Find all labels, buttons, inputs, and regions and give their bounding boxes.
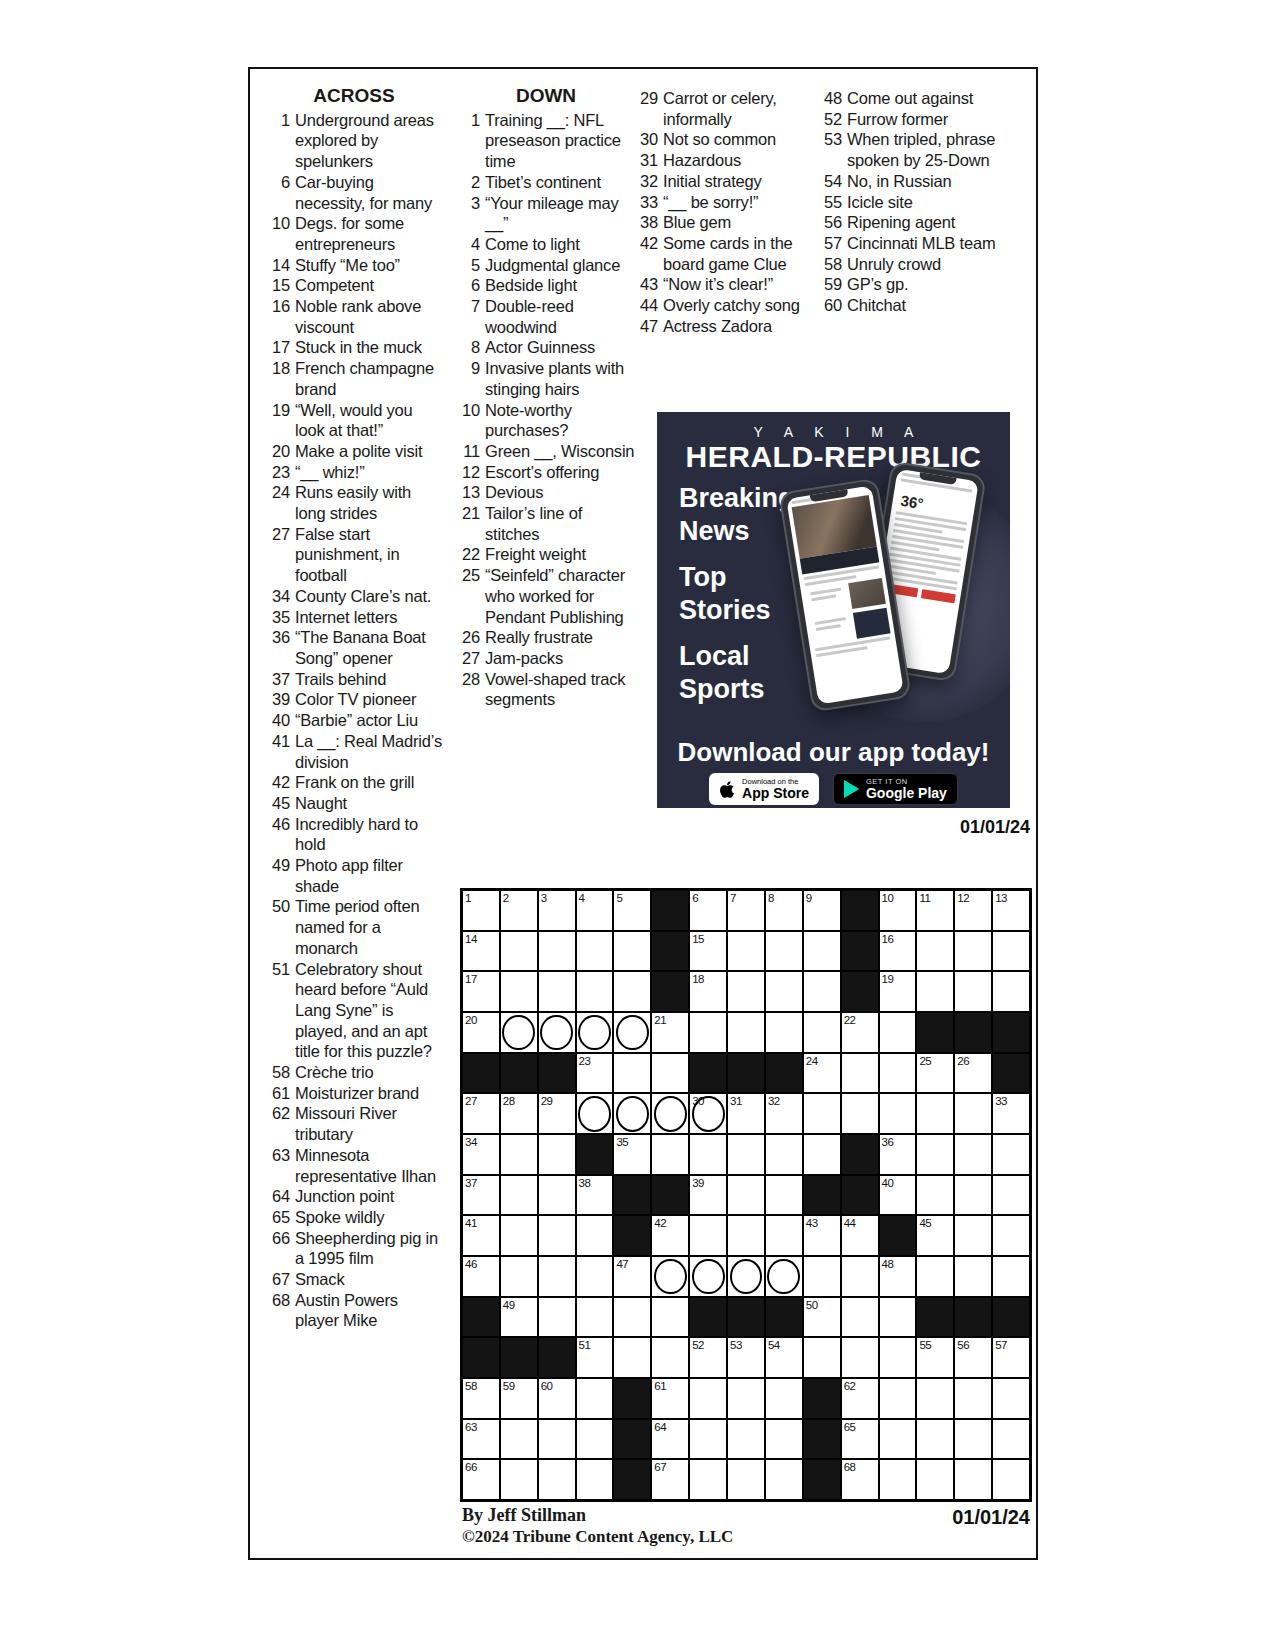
cell-number: 35 xyxy=(616,1135,628,1149)
black-cell xyxy=(841,890,879,931)
ad-brand-city: Y A K I M A xyxy=(657,424,1010,440)
grid-cell[interactable]: 55 xyxy=(916,1337,954,1378)
clue-item: 1Underground areas explored by spelunker… xyxy=(264,110,444,172)
grid-cell[interactable] xyxy=(538,931,576,972)
clue-text: When tripled, phrase spoken by 25-Down xyxy=(847,129,1012,170)
grid-cell[interactable] xyxy=(954,971,992,1012)
clue-text: Judgmental glance xyxy=(485,255,638,276)
clue-item: 34County Clare’s nat. xyxy=(264,586,444,607)
grid-cell[interactable] xyxy=(992,1256,1030,1297)
grid-cell[interactable] xyxy=(651,1256,689,1297)
grid-cell[interactable] xyxy=(879,1053,917,1094)
grid-cell[interactable] xyxy=(500,1012,538,1053)
grid-cell[interactable]: 2 xyxy=(500,890,538,931)
clue-item: 58Unruly crowd xyxy=(816,254,1012,275)
grid-cell[interactable] xyxy=(651,1337,689,1378)
cell-number: 19 xyxy=(882,972,894,986)
clue-text: Actor Guinness xyxy=(485,337,638,358)
grid-cell[interactable] xyxy=(992,1378,1030,1419)
clue-item: 2Tibet’s continent xyxy=(454,172,638,193)
grid-cell[interactable] xyxy=(765,1012,803,1053)
grid-cell[interactable] xyxy=(689,1012,727,1053)
clue-text: “Well, would you look at that!” xyxy=(295,400,444,441)
grid-cell[interactable]: 67 xyxy=(651,1459,689,1500)
theme-circle-marker xyxy=(578,1096,611,1132)
grid-cell[interactable]: 50 xyxy=(803,1297,841,1338)
grid-cell[interactable] xyxy=(538,1419,576,1460)
clue-item: 42Some cards in the board game Clue xyxy=(632,233,804,274)
cell-number: 31 xyxy=(730,1094,742,1108)
black-cell xyxy=(613,1378,651,1419)
grid-cell[interactable]: 27 xyxy=(462,1093,500,1134)
grid-cell[interactable]: 47 xyxy=(613,1256,651,1297)
clue-text: Minnesota representative Ilhan xyxy=(295,1145,444,1186)
grid-cell[interactable] xyxy=(765,1215,803,1256)
grid-cell[interactable] xyxy=(879,1093,917,1134)
grid-cell[interactable] xyxy=(500,1215,538,1256)
grid-cell[interactable] xyxy=(576,1378,614,1419)
black-cell xyxy=(803,1459,841,1500)
grid-cell[interactable]: 52 xyxy=(689,1337,727,1378)
grid-cell[interactable] xyxy=(765,931,803,972)
clue-item: 6Bedside light xyxy=(454,275,638,296)
grid-cell[interactable] xyxy=(841,1053,879,1094)
grid-cell[interactable] xyxy=(841,1093,879,1134)
clue-text: Vowel-shaped track segments xyxy=(485,669,638,710)
grid-cell[interactable] xyxy=(727,1012,765,1053)
clue-number: 14 xyxy=(264,255,295,276)
black-cell xyxy=(992,1297,1030,1338)
grid-cell[interactable] xyxy=(727,1175,765,1216)
grid-cell[interactable]: 25 xyxy=(916,1053,954,1094)
clue-number: 48 xyxy=(816,88,847,109)
clue-text: Note-worthy purchases? xyxy=(485,400,638,441)
grid-cell[interactable] xyxy=(500,971,538,1012)
grid-cell[interactable] xyxy=(727,1256,765,1297)
ad-feature: Local Sports xyxy=(679,640,814,706)
cell-number: 42 xyxy=(654,1216,666,1230)
puzzle-date-bottom: 01/01/24 xyxy=(902,1506,1030,1529)
grid-cell[interactable]: 17 xyxy=(462,971,500,1012)
grid-cell[interactable]: 63 xyxy=(462,1419,500,1460)
grid-cell[interactable] xyxy=(916,1256,954,1297)
clue-text: “Barbie” actor Liu xyxy=(295,710,444,731)
grid-cell[interactable] xyxy=(576,1215,614,1256)
cell-number: 64 xyxy=(654,1420,666,1434)
black-cell xyxy=(765,1297,803,1338)
grid-cell[interactable]: 28 xyxy=(500,1093,538,1134)
grid-cell[interactable] xyxy=(916,1378,954,1419)
clue-text: “Now it’s clear!” xyxy=(663,274,804,295)
grid-cell[interactable]: 64 xyxy=(651,1419,689,1460)
grid-cell[interactable]: 42 xyxy=(651,1215,689,1256)
black-cell xyxy=(916,1012,954,1053)
grid-cell[interactable]: 9 xyxy=(803,890,841,931)
theme-circle-marker xyxy=(616,1015,649,1051)
grid-cell[interactable] xyxy=(689,1215,727,1256)
clue-item: 29Carrot or celery, informally xyxy=(632,88,804,129)
grid-cell[interactable] xyxy=(992,1215,1030,1256)
grid-cell[interactable] xyxy=(576,1012,614,1053)
clue-text: Internet letters xyxy=(295,607,444,628)
grid-cell[interactable]: 10 xyxy=(879,890,917,931)
grid-cell[interactable] xyxy=(613,931,651,972)
clue-number: 19 xyxy=(264,400,295,441)
grid-cell[interactable]: 56 xyxy=(954,1337,992,1378)
clue-item: 13Devious xyxy=(454,482,638,503)
cell-number: 66 xyxy=(465,1460,477,1474)
grid-cell[interactable] xyxy=(992,1175,1030,1216)
byline: By Jeff Stillman xyxy=(462,1505,586,1526)
grid-cell[interactable]: 38 xyxy=(576,1175,614,1216)
black-cell xyxy=(803,1175,841,1216)
grid-cell[interactable] xyxy=(500,1175,538,1216)
grid-cell[interactable] xyxy=(613,1053,651,1094)
grid-cell[interactable]: 31 xyxy=(727,1093,765,1134)
grid-cell[interactable] xyxy=(727,1134,765,1175)
clue-number: 64 xyxy=(264,1186,295,1207)
cell-number: 28 xyxy=(503,1094,515,1108)
cell-number: 46 xyxy=(465,1257,477,1271)
grid-cell[interactable] xyxy=(727,1419,765,1460)
grid-cell[interactable]: 22 xyxy=(841,1012,879,1053)
clue-number: 31 xyxy=(632,150,663,171)
clue-item: 43“Now it’s clear!” xyxy=(632,274,804,295)
grid-cell[interactable] xyxy=(765,1378,803,1419)
clue-item: 68Austin Powers player Mike xyxy=(264,1290,444,1331)
grid-cell[interactable]: 3 xyxy=(538,890,576,931)
clue-item: 51Celebratory shout heard before “Auld L… xyxy=(264,959,444,1063)
grid-cell[interactable]: 54 xyxy=(765,1337,803,1378)
clue-text: Devious xyxy=(485,482,638,503)
clue-item: 9Invasive plants with stinging hairs xyxy=(454,358,638,399)
grid-cell[interactable]: 57 xyxy=(992,1337,1030,1378)
grid-cell[interactable] xyxy=(954,1256,992,1297)
grid-cell[interactable] xyxy=(613,1337,651,1378)
cell-number: 52 xyxy=(692,1338,704,1352)
grid-cell[interactable] xyxy=(916,1419,954,1460)
grid-cell[interactable] xyxy=(576,1093,614,1134)
grid-cell[interactable] xyxy=(651,1093,689,1134)
grid-cell[interactable] xyxy=(727,1378,765,1419)
grid-cell[interactable] xyxy=(916,931,954,972)
grid-cell[interactable]: 59 xyxy=(500,1378,538,1419)
grid-cell[interactable]: 51 xyxy=(576,1337,614,1378)
grid-cell[interactable]: 15 xyxy=(689,931,727,972)
black-cell xyxy=(689,1297,727,1338)
theme-circle-marker xyxy=(578,1015,611,1051)
grid-cell[interactable] xyxy=(916,1134,954,1175)
grid-cell[interactable] xyxy=(651,1053,689,1094)
clue-text: “__ whiz!” xyxy=(295,462,444,483)
grid-cell[interactable] xyxy=(803,971,841,1012)
clue-item: 53When tripled, phrase spoken by 25-Down xyxy=(816,129,1012,170)
grid-cell[interactable]: 29 xyxy=(538,1093,576,1134)
grid-cell[interactable]: 66 xyxy=(462,1459,500,1500)
grid-cell[interactable] xyxy=(879,1419,917,1460)
clue-text: Double-reed woodwind xyxy=(485,296,638,337)
grid-cell[interactable] xyxy=(803,1337,841,1378)
grid-cell[interactable]: 58 xyxy=(462,1378,500,1419)
clue-text: Color TV pioneer xyxy=(295,689,444,710)
grid-cell[interactable] xyxy=(576,1459,614,1500)
grid-cell[interactable] xyxy=(765,971,803,1012)
grid-cell[interactable] xyxy=(992,1419,1030,1460)
black-cell xyxy=(462,1053,500,1094)
clue-number: 55 xyxy=(816,192,847,213)
grid-cell[interactable] xyxy=(879,1337,917,1378)
grid-cell[interactable] xyxy=(992,1459,1030,1500)
clue-text: County Clare’s nat. xyxy=(295,586,444,607)
cell-number: 18 xyxy=(692,972,704,986)
grid-cell[interactable]: 35 xyxy=(613,1134,651,1175)
grid-cell[interactable] xyxy=(576,1256,614,1297)
grid-cell[interactable]: 41 xyxy=(462,1215,500,1256)
grid-cell[interactable]: 34 xyxy=(462,1134,500,1175)
clue-number: 62 xyxy=(264,1103,295,1144)
clue-number: 10 xyxy=(454,400,485,441)
grid-cell[interactable] xyxy=(689,1378,727,1419)
grid-cell[interactable]: 36 xyxy=(879,1134,917,1175)
grid-cell[interactable] xyxy=(500,1134,538,1175)
cell-number: 62 xyxy=(844,1379,856,1393)
clue-text: Stuffy “Me too” xyxy=(295,255,444,276)
app-store-badge[interactable]: Download on the App Store xyxy=(709,773,819,805)
grid-cell[interactable] xyxy=(538,1459,576,1500)
clue-item: 23“__ whiz!” xyxy=(264,462,444,483)
cell-number: 15 xyxy=(692,932,704,946)
clue-item: 41La __: Real Madrid’s division xyxy=(264,731,444,772)
grid-cell[interactable] xyxy=(613,1297,651,1338)
cell-number: 67 xyxy=(654,1460,666,1474)
grid-cell[interactable] xyxy=(879,1459,917,1500)
clue-item: 38Blue gem xyxy=(632,212,804,233)
grid-cell[interactable] xyxy=(954,1134,992,1175)
cell-number: 50 xyxy=(806,1298,818,1312)
grid-cell[interactable] xyxy=(538,1256,576,1297)
grid-cell[interactable] xyxy=(916,971,954,1012)
grid-cell[interactable] xyxy=(576,931,614,972)
grid-cell[interactable] xyxy=(765,1419,803,1460)
grid-cell[interactable] xyxy=(613,971,651,1012)
cell-number: 22 xyxy=(844,1013,856,1027)
cell-number: 12 xyxy=(957,891,969,905)
clue-text: Ripening agent xyxy=(847,212,1012,233)
grid-cell[interactable]: 49 xyxy=(500,1297,538,1338)
clue-number: 37 xyxy=(264,669,295,690)
grid-cell[interactable] xyxy=(538,971,576,1012)
grid-cell[interactable]: 68 xyxy=(841,1459,879,1500)
grid-cell[interactable] xyxy=(803,1256,841,1297)
grid-cell[interactable]: 20 xyxy=(462,1012,500,1053)
grid-cell[interactable] xyxy=(538,1297,576,1338)
grid-cell[interactable] xyxy=(879,1378,917,1419)
grid-cell[interactable] xyxy=(538,1215,576,1256)
grid-cell[interactable]: 1 xyxy=(462,890,500,931)
grid-cell[interactable]: 8 xyxy=(765,890,803,931)
grid-cell[interactable]: 4 xyxy=(576,890,614,931)
grid-cell[interactable] xyxy=(727,1215,765,1256)
grid-cell[interactable] xyxy=(954,1459,992,1500)
cell-number: 34 xyxy=(465,1135,477,1149)
grid-cell[interactable] xyxy=(879,1012,917,1053)
cell-number: 51 xyxy=(579,1338,591,1352)
black-cell xyxy=(954,1012,992,1053)
clue-text: Come out against xyxy=(847,88,1012,109)
grid-cell[interactable]: 14 xyxy=(462,931,500,972)
cell-number: 16 xyxy=(882,932,894,946)
clue-number: 34 xyxy=(264,586,295,607)
grid-cell[interactable] xyxy=(954,1419,992,1460)
grid-cell[interactable] xyxy=(916,1093,954,1134)
grid-cell[interactable] xyxy=(992,931,1030,972)
google-play-badge[interactable]: GET IT ON Google Play xyxy=(833,773,958,805)
grid-cell[interactable]: 40 xyxy=(879,1175,917,1216)
grid-cell[interactable] xyxy=(803,1012,841,1053)
grid-cell[interactable] xyxy=(689,1419,727,1460)
grid-cell[interactable]: 7 xyxy=(727,890,765,931)
google-badge-text: Google Play xyxy=(866,786,947,801)
cell-number: 11 xyxy=(919,891,930,905)
clue-number: 3 xyxy=(454,193,485,234)
grid-cell[interactable] xyxy=(841,1256,879,1297)
grid-cell[interactable]: 45 xyxy=(916,1215,954,1256)
grid-cell[interactable] xyxy=(879,1297,917,1338)
grid-cell[interactable] xyxy=(992,971,1030,1012)
grid-cell[interactable] xyxy=(613,1012,651,1053)
grid-cell[interactable] xyxy=(992,1134,1030,1175)
theme-circle-marker xyxy=(654,1259,687,1295)
grid-cell[interactable] xyxy=(500,1419,538,1460)
grid-cell[interactable]: 21 xyxy=(651,1012,689,1053)
theme-circle-marker xyxy=(654,1096,687,1132)
grid-cell[interactable] xyxy=(727,1459,765,1500)
grid-cell[interactable]: 16 xyxy=(879,931,917,972)
grid-cell[interactable]: 62 xyxy=(841,1378,879,1419)
clue-item: 65Spoke wildly xyxy=(264,1207,444,1228)
grid-cell[interactable] xyxy=(841,1297,879,1338)
grid-cell[interactable] xyxy=(576,971,614,1012)
clue-number: 60 xyxy=(816,295,847,316)
grid-cell[interactable] xyxy=(500,931,538,972)
grid-cell[interactable] xyxy=(576,1419,614,1460)
clue-number: 67 xyxy=(264,1269,295,1290)
grid-cell[interactable]: 65 xyxy=(841,1419,879,1460)
clue-number: 42 xyxy=(264,772,295,793)
grid-cell[interactable] xyxy=(954,1175,992,1216)
grid-cell[interactable]: 30 xyxy=(689,1093,727,1134)
grid-cell[interactable] xyxy=(689,1256,727,1297)
grid-cell[interactable]: 60 xyxy=(538,1378,576,1419)
grid-cell[interactable] xyxy=(765,1459,803,1500)
cell-number: 9 xyxy=(806,891,812,905)
clue-number: 58 xyxy=(264,1062,295,1083)
grid-cell[interactable]: 46 xyxy=(462,1256,500,1297)
clue-item: 56Ripening agent xyxy=(816,212,1012,233)
grid-cell[interactable] xyxy=(803,1093,841,1134)
clue-item: 24Runs easily with long strides xyxy=(264,482,444,523)
grid-cell[interactable] xyxy=(500,1459,538,1500)
grid-cell[interactable] xyxy=(841,1337,879,1378)
grid-cell[interactable] xyxy=(651,1297,689,1338)
grid-cell[interactable] xyxy=(651,1134,689,1175)
grid-cell[interactable]: 12 xyxy=(954,890,992,931)
grid-cell[interactable]: 5 xyxy=(613,890,651,931)
clue-text: “__ be sorry!” xyxy=(663,192,804,213)
grid-cell[interactable] xyxy=(765,1175,803,1216)
grid-cell[interactable] xyxy=(765,1256,803,1297)
grid-cell[interactable]: 24 xyxy=(803,1053,841,1094)
clue-number: 52 xyxy=(816,109,847,130)
clue-text: Missouri River tributary xyxy=(295,1103,444,1144)
grid-cell[interactable]: 18 xyxy=(689,971,727,1012)
grid-cell[interactable] xyxy=(803,1134,841,1175)
grid-cell[interactable]: 43 xyxy=(803,1215,841,1256)
grid-cell[interactable] xyxy=(538,1175,576,1216)
grid-cell[interactable] xyxy=(689,1134,727,1175)
grid-cell[interactable] xyxy=(916,1175,954,1216)
clue-number: 50 xyxy=(264,896,295,958)
clue-number: 13 xyxy=(454,482,485,503)
grid-cell[interactable]: 23 xyxy=(576,1053,614,1094)
black-cell xyxy=(462,1297,500,1338)
clue-text: Cincinnati MLB team xyxy=(847,233,1012,254)
grid-cell[interactable]: 6 xyxy=(689,890,727,931)
clue-item: 27False start punishment, in football xyxy=(264,524,444,586)
black-cell xyxy=(841,1134,879,1175)
store-badges: Download on the App Store GET IT ON Goog… xyxy=(657,773,1010,805)
grid-cell[interactable] xyxy=(803,931,841,972)
clue-text: Carrot or celery, informally xyxy=(663,88,804,129)
grid-cell[interactable] xyxy=(954,1215,992,1256)
grid-cell[interactable]: 53 xyxy=(727,1337,765,1378)
grid-cell[interactable]: 61 xyxy=(651,1378,689,1419)
cell-number: 23 xyxy=(579,1054,591,1068)
clue-number: 24 xyxy=(264,482,295,523)
cell-number: 41 xyxy=(465,1216,477,1230)
grid-cell[interactable]: 13 xyxy=(992,890,1030,931)
grid-cell[interactable]: 11 xyxy=(916,890,954,931)
grid-cell[interactable] xyxy=(689,1459,727,1500)
grid-cell[interactable] xyxy=(538,1134,576,1175)
grid-cell[interactable] xyxy=(916,1459,954,1500)
grid-cell[interactable] xyxy=(765,1134,803,1175)
grid-cell[interactable] xyxy=(576,1297,614,1338)
grid-cell[interactable] xyxy=(538,1012,576,1053)
apple-logo-icon xyxy=(719,780,735,799)
grid-cell[interactable] xyxy=(727,931,765,972)
grid-cell[interactable]: 32 xyxy=(765,1093,803,1134)
grid-cell[interactable]: 48 xyxy=(879,1256,917,1297)
grid-cell[interactable]: 33 xyxy=(992,1093,1030,1134)
grid-cell[interactable] xyxy=(954,1093,992,1134)
grid-cell[interactable]: 26 xyxy=(954,1053,992,1094)
grid-cell[interactable]: 44 xyxy=(841,1215,879,1256)
clue-item: 52Furrow former xyxy=(816,109,1012,130)
grid-cell[interactable] xyxy=(954,1378,992,1419)
grid-cell[interactable] xyxy=(500,1256,538,1297)
grid-cell[interactable] xyxy=(954,931,992,972)
grid-cell[interactable] xyxy=(727,971,765,1012)
grid-cell[interactable]: 37 xyxy=(462,1175,500,1216)
clue-item: 17Stuck in the muck xyxy=(264,337,444,358)
clue-number: 7 xyxy=(454,296,485,337)
grid-cell[interactable]: 19 xyxy=(879,971,917,1012)
clue-number: 39 xyxy=(264,689,295,710)
grid-cell[interactable]: 39 xyxy=(689,1175,727,1216)
grid-cell[interactable] xyxy=(613,1093,651,1134)
cell-number: 58 xyxy=(465,1379,477,1393)
